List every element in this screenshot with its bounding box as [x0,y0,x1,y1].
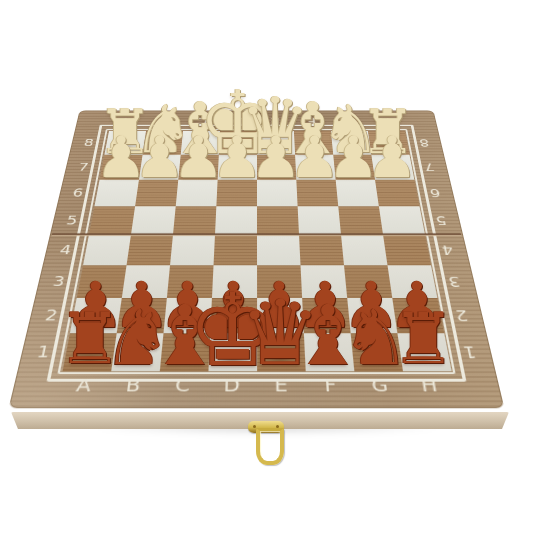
piece-brown-rook-h1[interactable]: ♜ [392,304,456,375]
brass-clasp [248,421,284,461]
clasp-loop [256,428,284,465]
piece-cream-pawn-h7[interactable]: ♟ [366,129,417,186]
chess-set-photo: AABBCCDDEEFFGGHH1122334455667788 ♜♞♝♚♛♝♞… [0,0,533,533]
